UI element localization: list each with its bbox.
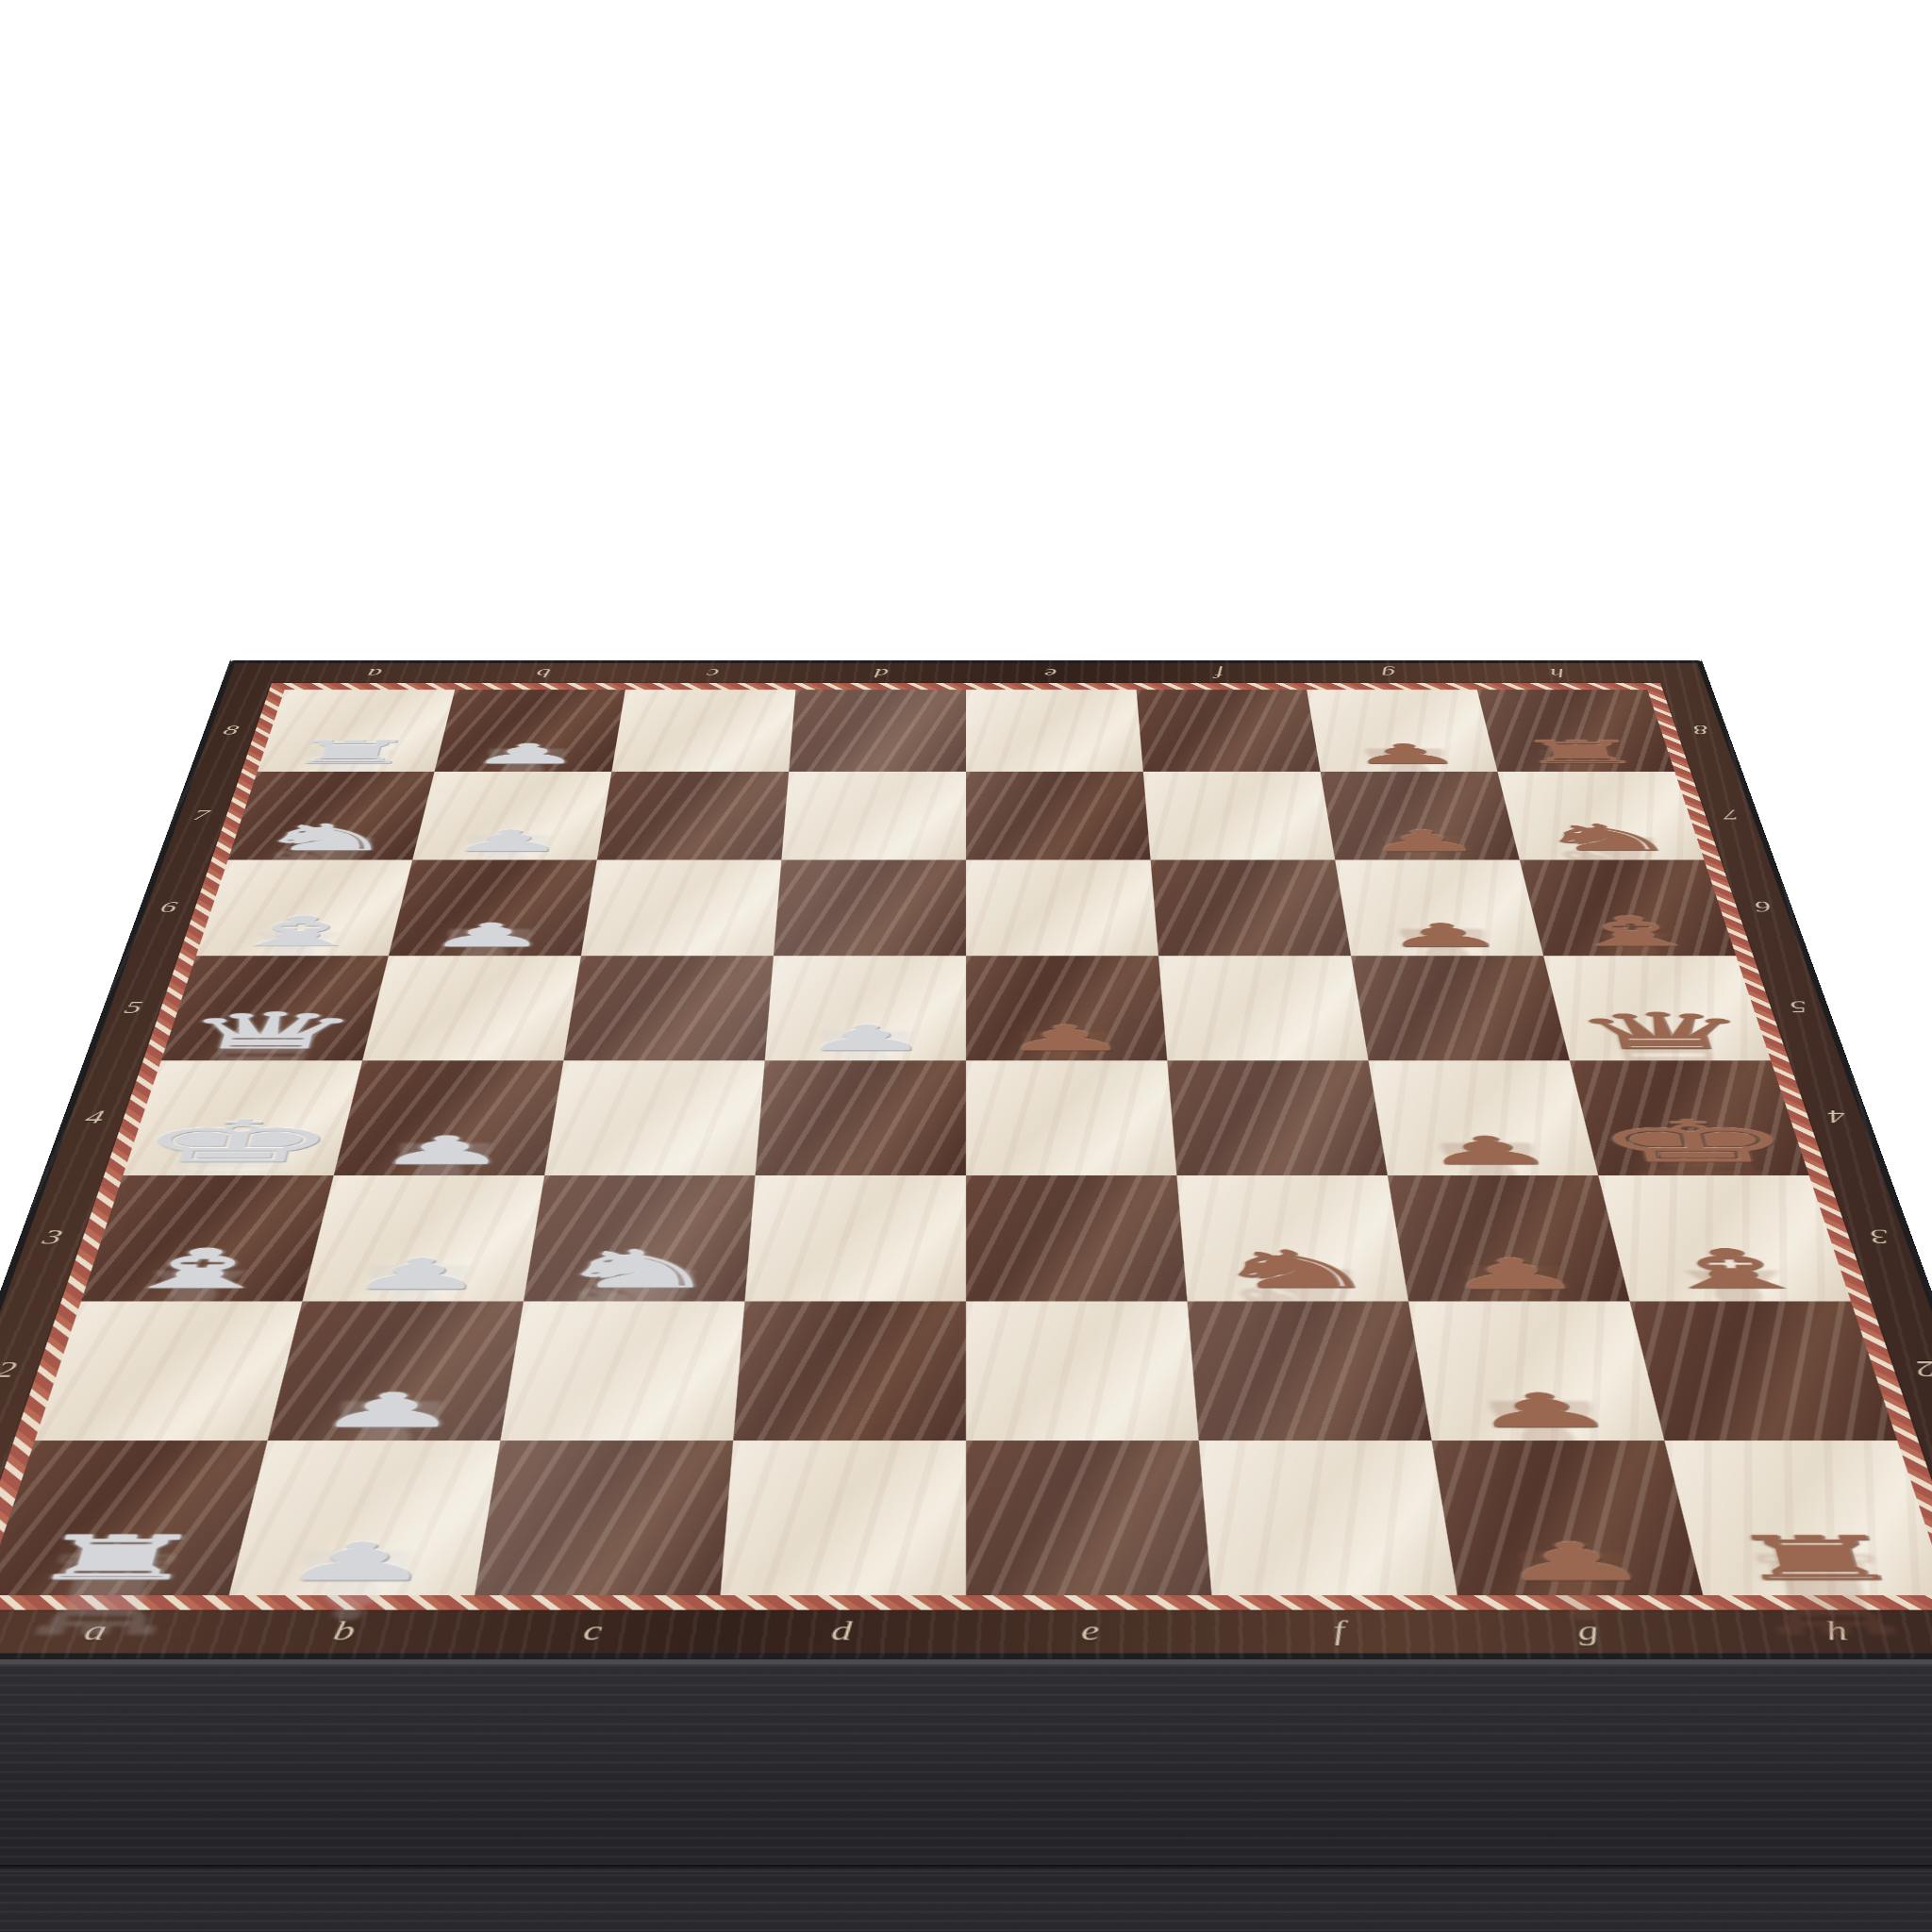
piece-reflection: ♛ xyxy=(1561,1026,1789,1113)
square-e8 xyxy=(966,690,1143,772)
file-letter-upside-down: h xyxy=(1471,664,1645,683)
square-e1 xyxy=(966,1441,1211,1595)
square-e6 xyxy=(966,860,1158,957)
piece-reflection: ♟ xyxy=(1345,922,1549,977)
file-letter: g xyxy=(1459,1610,1717,1652)
copper-pawn-g3: ♟ xyxy=(1401,1254,1628,1294)
copper-pawn-g7: ♟ xyxy=(1329,826,1518,855)
square-b5 xyxy=(362,956,581,1060)
file-letter: h xyxy=(1707,1610,1932,1652)
file-labels-back: abcdefgh xyxy=(287,664,1645,683)
file-letter-upside-down: e xyxy=(966,664,1136,683)
silver-rook-a8: ♜ xyxy=(258,737,442,767)
piece-reflection: ♟ xyxy=(763,1023,966,1083)
square-g8: ♟♟ xyxy=(1307,690,1497,772)
chess-box-top: abcdefgh abcdefgh 87654321 87654321 ♜♜♟♟… xyxy=(0,660,1932,1659)
square-g4: ♟♟ xyxy=(1369,1060,1599,1175)
piece-reflection: ♜ xyxy=(0,1541,242,1645)
square-d4 xyxy=(756,1060,966,1175)
square-a4: ♚♚ xyxy=(123,1060,362,1175)
piece-reflection: ♟ xyxy=(1315,742,1502,790)
piece-reflection: ♝ xyxy=(1619,1258,1868,1352)
square-a2 xyxy=(35,1301,303,1441)
piece-reflection: ♚ xyxy=(1589,1138,1830,1239)
square-c6 xyxy=(581,860,782,957)
piece-reflection: ♝ xyxy=(64,1258,313,1352)
square-a5: ♛♛ xyxy=(161,956,389,1060)
square-f8 xyxy=(1137,690,1321,772)
copper-pawn-g8: ♟ xyxy=(1315,741,1496,767)
square-h7: ♞♞ xyxy=(1497,772,1704,860)
square-d7 xyxy=(781,772,966,860)
piece-reflection: ♟ xyxy=(408,828,602,879)
silver-pawn-b1: ♟ xyxy=(231,1537,485,1587)
copper-queen-h5: ♛ xyxy=(1557,1008,1769,1056)
silver-pawn-b6: ♟ xyxy=(390,920,587,951)
square-h6: ♝♝ xyxy=(1520,860,1736,957)
square-c1 xyxy=(475,1441,733,1595)
square-f4 xyxy=(1167,1060,1388,1175)
silver-king-a4: ♚ xyxy=(125,1114,348,1170)
square-e5: ♟♟ xyxy=(966,956,1167,1060)
square-b6: ♟♟ xyxy=(389,860,597,957)
square-d3 xyxy=(744,1175,966,1302)
piece-reflection: ♝ xyxy=(1536,924,1749,994)
square-d5: ♟♟ xyxy=(765,956,966,1060)
silver-pawn-d5: ♟ xyxy=(765,1022,966,1056)
square-f1 xyxy=(1199,1441,1457,1595)
square-g2: ♟♟ xyxy=(1408,1301,1664,1441)
file-letter: b xyxy=(215,1610,473,1652)
rope-trim-border: ♜♜♟♟♟♟♜♜♞♞♟♟♟♟♞♞♝♝♟♟♟♟♝♝♛♛♟♟♟♟♛♛♚♚♟♟♟♟♚♚… xyxy=(0,683,1932,1610)
file-letter-upside-down: d xyxy=(796,664,966,683)
piece-reflection: ♞ xyxy=(1184,1257,1417,1348)
square-e3 xyxy=(966,1175,1188,1302)
square-a8: ♜♜ xyxy=(258,690,455,772)
copper-knight-f3: ♞ xyxy=(1183,1244,1407,1294)
copper-pawn-g1: ♟ xyxy=(1448,1537,1702,1587)
square-d6 xyxy=(774,860,966,957)
chess-board-grid: ♜♜♟♟♟♟♜♜♞♞♟♟♟♟♞♞♝♝♟♟♟♟♝♝♛♛♟♟♟♟♛♛♚♚♟♟♟♟♚♚… xyxy=(0,690,1932,1595)
silver-pawn-b3: ♟ xyxy=(304,1254,531,1294)
square-h4: ♚♚ xyxy=(1570,1060,1809,1175)
piece-reflection: ♛ xyxy=(143,1026,371,1113)
square-c3: ♞♞ xyxy=(524,1175,756,1302)
square-h8: ♜♜ xyxy=(1477,690,1674,772)
square-c7 xyxy=(597,772,789,860)
copper-knight-h7: ♞ xyxy=(1509,821,1702,856)
piece-reflection: ♞ xyxy=(217,829,420,892)
copper-rook-h8: ♜ xyxy=(1489,737,1673,767)
square-e2 xyxy=(966,1301,1199,1441)
square-c8 xyxy=(611,690,795,772)
silver-pawn-b8: ♟ xyxy=(436,741,617,767)
silver-knight-a7: ♞ xyxy=(229,821,422,856)
file-letter-upside-down: b xyxy=(457,664,629,683)
piece-reflection: ♟ xyxy=(327,1134,551,1200)
square-f2 xyxy=(1188,1301,1432,1441)
silver-queen-a5: ♛ xyxy=(163,1008,375,1056)
square-d8 xyxy=(789,690,966,772)
square-b8: ♟♟ xyxy=(435,690,625,772)
square-h3: ♝♝ xyxy=(1598,1175,1851,1302)
piece-reflection: ♜ xyxy=(249,743,441,798)
square-b4: ♟♟ xyxy=(334,1060,564,1175)
square-a3: ♝♝ xyxy=(81,1175,334,1302)
file-letter: d xyxy=(716,1610,966,1652)
silver-pawn-b7: ♟ xyxy=(413,826,602,855)
silver-bishop-a6: ♝ xyxy=(198,911,400,951)
piece-reflection: ♞ xyxy=(516,1257,749,1348)
piece-reflection: ♝ xyxy=(183,924,396,994)
square-e4 xyxy=(966,1060,1176,1175)
square-g5 xyxy=(1351,956,1570,1060)
square-e7 xyxy=(966,772,1151,860)
copper-pawn-g6: ♟ xyxy=(1345,920,1542,951)
square-a1: ♜♜ xyxy=(0,1441,268,1595)
piece-reflection: ♟ xyxy=(1381,1134,1605,1200)
copper-pawn-e5: ♟ xyxy=(966,1022,1167,1056)
square-h2 xyxy=(1630,1301,1898,1441)
piece-reflection: ♚ xyxy=(102,1138,343,1239)
piece-reflection: ♟ xyxy=(430,742,617,790)
square-a6: ♝♝ xyxy=(196,860,412,957)
square-g6: ♟♟ xyxy=(1335,860,1543,957)
square-b3: ♟♟ xyxy=(302,1175,544,1302)
box-lid-seam xyxy=(0,1864,1932,1872)
piece-reflection: ♞ xyxy=(1512,829,1715,892)
square-b7: ♟♟ xyxy=(412,772,611,860)
file-letter-upside-down: c xyxy=(626,664,798,683)
piece-reflection: ♟ xyxy=(383,922,587,977)
copper-pawn-g4: ♟ xyxy=(1380,1132,1596,1169)
copper-king-h4: ♚ xyxy=(1583,1114,1807,1170)
square-d2 xyxy=(733,1301,966,1441)
silver-knight-c3: ♞ xyxy=(525,1244,749,1294)
piece-reflection: ♟ xyxy=(1330,828,1524,879)
file-letter-upside-down: g xyxy=(1303,664,1475,683)
file-letter-upside-down: f xyxy=(1134,664,1306,683)
square-g7: ♟♟ xyxy=(1321,772,1520,860)
copper-pawn-g2: ♟ xyxy=(1423,1388,1662,1433)
file-letter: e xyxy=(966,1610,1216,1652)
silver-pawn-b2: ♟ xyxy=(270,1388,509,1433)
square-b2: ♟♟ xyxy=(268,1301,524,1441)
piece-reflection: ♟ xyxy=(966,1023,1169,1083)
square-a7: ♞♞ xyxy=(228,772,435,860)
square-g3: ♟♟ xyxy=(1388,1175,1630,1302)
piece-reflection: ♟ xyxy=(260,1391,509,1472)
square-c5 xyxy=(563,956,774,1060)
square-f7 xyxy=(1143,772,1335,860)
piece-reflection: ♟ xyxy=(295,1256,531,1328)
square-d1 xyxy=(721,1441,966,1595)
file-letter: a xyxy=(0,1610,225,1652)
board-frame: abcdefgh abcdefgh 87654321 87654321 ♜♜♟♟… xyxy=(0,660,1932,1659)
square-c4 xyxy=(544,1060,765,1175)
square-g1: ♟♟ xyxy=(1432,1441,1704,1595)
square-h5: ♛♛ xyxy=(1543,956,1771,1060)
square-f5 xyxy=(1158,956,1369,1060)
piece-reflection: ♟ xyxy=(1424,1391,1673,1472)
silver-pawn-b4: ♟ xyxy=(335,1132,551,1169)
box-front-face xyxy=(0,1659,1932,1932)
copper-rook-h1: ♜ xyxy=(1687,1529,1932,1587)
gloss-glare-overlay xyxy=(0,690,1932,1595)
copper-bishop-h6: ♝ xyxy=(1532,911,1734,951)
square-f6 xyxy=(1151,860,1352,957)
file-labels-front: abcdefgh xyxy=(0,1610,1932,1652)
piece-reflection: ♟ xyxy=(1401,1256,1637,1328)
box-top-edge xyxy=(0,1659,1932,1665)
piece-reflection: ♜ xyxy=(1491,743,1683,798)
silver-rook-a1: ♜ xyxy=(0,1529,245,1587)
piece-reflection: ♜ xyxy=(1690,1541,1932,1645)
square-h1: ♜♜ xyxy=(1664,1441,1932,1595)
file-letter-upside-down: a xyxy=(287,664,461,683)
square-f3: ♞♞ xyxy=(1176,1175,1408,1302)
square-c2 xyxy=(500,1301,744,1441)
photo-canvas: abcdefgh abcdefgh 87654321 87654321 ♜♜♟♟… xyxy=(0,0,1932,1932)
copper-bishop-h3: ♝ xyxy=(1615,1243,1849,1295)
square-b1: ♟♟ xyxy=(229,1441,501,1595)
silver-bishop-a3: ♝ xyxy=(83,1243,317,1295)
file-letter: f xyxy=(1213,1610,1467,1652)
file-letter: c xyxy=(465,1610,719,1652)
